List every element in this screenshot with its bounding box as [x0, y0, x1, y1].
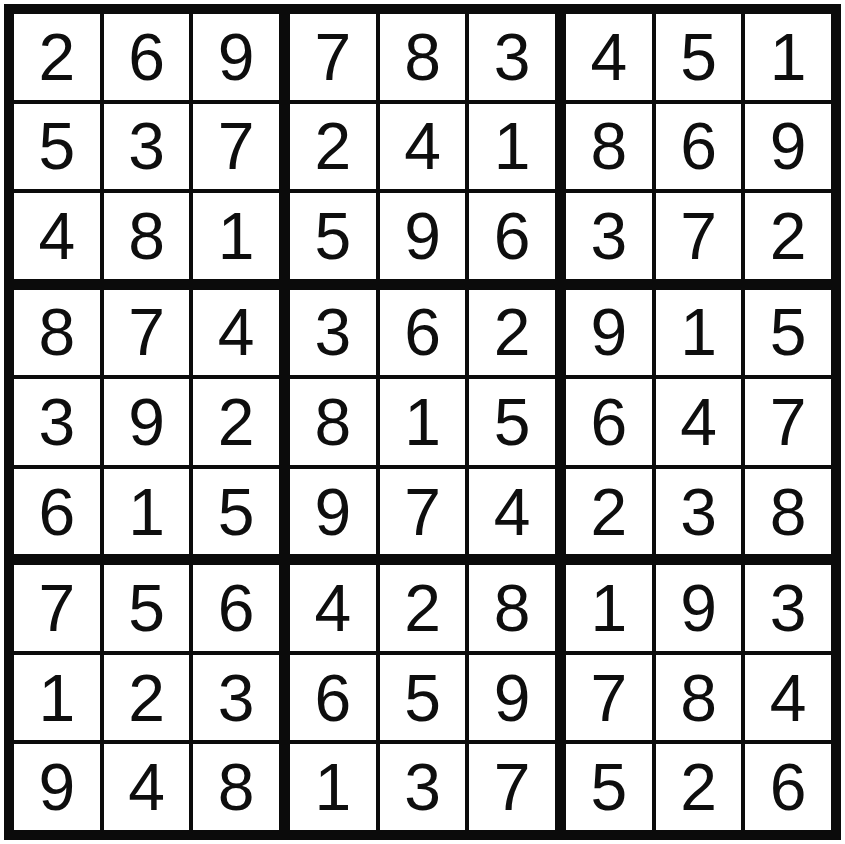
cell-r4c1[interactable]: 8 — [14, 290, 100, 376]
cell-r1c9[interactable]: 1 — [745, 14, 831, 100]
cell-r2c7[interactable]: 8 — [566, 104, 652, 190]
sudoku-box-3-3: 193784526 — [566, 565, 831, 830]
cell-r4c3[interactable]: 4 — [193, 290, 279, 376]
cell-r4c4[interactable]: 3 — [290, 290, 376, 376]
cell-r7c5[interactable]: 2 — [380, 565, 466, 651]
cell-r6c9[interactable]: 8 — [745, 469, 831, 555]
sudoku-box-1-2: 783241596 — [290, 14, 555, 279]
cell-r6c7[interactable]: 2 — [566, 469, 652, 555]
cell-r3c7[interactable]: 3 — [566, 193, 652, 279]
cell-r4c2[interactable]: 7 — [104, 290, 190, 376]
cell-r6c4[interactable]: 9 — [290, 469, 376, 555]
cell-r5c2[interactable]: 9 — [104, 379, 190, 465]
cell-r2c4[interactable]: 2 — [290, 104, 376, 190]
cell-r1c5[interactable]: 8 — [380, 14, 466, 100]
cell-r5c4[interactable]: 8 — [290, 379, 376, 465]
cell-r8c3[interactable]: 3 — [193, 655, 279, 741]
cell-r4c6[interactable]: 2 — [469, 290, 555, 376]
sudoku-box-1-3: 451869372 — [566, 14, 831, 279]
cell-r7c3[interactable]: 6 — [193, 565, 279, 651]
cell-r1c3[interactable]: 9 — [193, 14, 279, 100]
sudoku-box-2-1: 874392615 — [14, 290, 279, 555]
cell-r8c7[interactable]: 7 — [566, 655, 652, 741]
cell-r6c5[interactable]: 7 — [380, 469, 466, 555]
cell-r7c2[interactable]: 5 — [104, 565, 190, 651]
cell-r3c5[interactable]: 9 — [380, 193, 466, 279]
cell-r5c8[interactable]: 4 — [656, 379, 742, 465]
cell-r1c6[interactable]: 3 — [469, 14, 555, 100]
cell-r7c4[interactable]: 4 — [290, 565, 376, 651]
cell-r1c2[interactable]: 6 — [104, 14, 190, 100]
cell-r9c9[interactable]: 6 — [745, 744, 831, 830]
cell-r6c6[interactable]: 4 — [469, 469, 555, 555]
cell-r3c3[interactable]: 1 — [193, 193, 279, 279]
cell-r1c1[interactable]: 2 — [14, 14, 100, 100]
sudoku-box-3-1: 756123948 — [14, 565, 279, 830]
cell-r7c7[interactable]: 1 — [566, 565, 652, 651]
cell-r6c1[interactable]: 6 — [14, 469, 100, 555]
sudoku-box-1-1: 269537481 — [14, 14, 279, 279]
cell-r4c5[interactable]: 6 — [380, 290, 466, 376]
cell-r8c1[interactable]: 1 — [14, 655, 100, 741]
cell-r5c6[interactable]: 5 — [469, 379, 555, 465]
cell-r7c8[interactable]: 9 — [656, 565, 742, 651]
cell-r4c9[interactable]: 5 — [745, 290, 831, 376]
cell-r5c3[interactable]: 2 — [193, 379, 279, 465]
cell-r9c4[interactable]: 1 — [290, 744, 376, 830]
cell-r2c9[interactable]: 9 — [745, 104, 831, 190]
cell-r9c6[interactable]: 7 — [469, 744, 555, 830]
cell-r9c7[interactable]: 5 — [566, 744, 652, 830]
cell-r3c4[interactable]: 5 — [290, 193, 376, 279]
cell-r1c7[interactable]: 4 — [566, 14, 652, 100]
cell-r3c9[interactable]: 2 — [745, 193, 831, 279]
cell-r3c1[interactable]: 4 — [14, 193, 100, 279]
cell-r2c1[interactable]: 5 — [14, 104, 100, 190]
cell-r9c2[interactable]: 4 — [104, 744, 190, 830]
cell-r8c8[interactable]: 8 — [656, 655, 742, 741]
cell-r5c9[interactable]: 7 — [745, 379, 831, 465]
cell-r9c1[interactable]: 9 — [14, 744, 100, 830]
cell-r2c2[interactable]: 3 — [104, 104, 190, 190]
cell-r5c5[interactable]: 1 — [380, 379, 466, 465]
cell-r8c5[interactable]: 5 — [380, 655, 466, 741]
cell-r2c6[interactable]: 1 — [469, 104, 555, 190]
cell-r8c2[interactable]: 2 — [104, 655, 190, 741]
cell-r1c4[interactable]: 7 — [290, 14, 376, 100]
cell-r7c9[interactable]: 3 — [745, 565, 831, 651]
cell-r5c7[interactable]: 6 — [566, 379, 652, 465]
cell-r9c8[interactable]: 2 — [656, 744, 742, 830]
cell-r6c8[interactable]: 3 — [656, 469, 742, 555]
cell-r4c7[interactable]: 9 — [566, 290, 652, 376]
cell-r3c8[interactable]: 7 — [656, 193, 742, 279]
sudoku-box-2-2: 362815974 — [290, 290, 555, 555]
cell-r4c8[interactable]: 1 — [656, 290, 742, 376]
cell-r3c6[interactable]: 6 — [469, 193, 555, 279]
cell-r8c6[interactable]: 9 — [469, 655, 555, 741]
cell-r1c8[interactable]: 5 — [656, 14, 742, 100]
sudoku-box-3-2: 428659137 — [290, 565, 555, 830]
cell-r8c4[interactable]: 6 — [290, 655, 376, 741]
cell-r6c2[interactable]: 1 — [104, 469, 190, 555]
cell-r7c1[interactable]: 7 — [14, 565, 100, 651]
sudoku-board: 2695374817832415964518693728743926153628… — [4, 4, 841, 840]
sudoku-box-2-3: 915647238 — [566, 290, 831, 555]
cell-r3c2[interactable]: 8 — [104, 193, 190, 279]
cell-r7c6[interactable]: 8 — [469, 565, 555, 651]
cell-r2c5[interactable]: 4 — [380, 104, 466, 190]
cell-r5c1[interactable]: 3 — [14, 379, 100, 465]
cell-r6c3[interactable]: 5 — [193, 469, 279, 555]
cell-r2c8[interactable]: 6 — [656, 104, 742, 190]
cell-r9c3[interactable]: 8 — [193, 744, 279, 830]
cell-r2c3[interactable]: 7 — [193, 104, 279, 190]
cell-r9c5[interactable]: 3 — [380, 744, 466, 830]
cell-r8c9[interactable]: 4 — [745, 655, 831, 741]
